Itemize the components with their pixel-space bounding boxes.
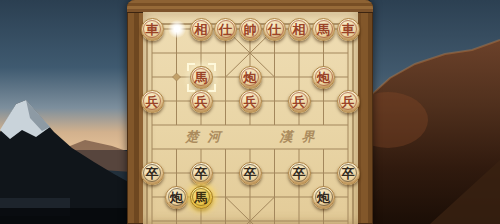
piece-character: 卒 [342,167,355,180]
piece-red-horse[interactable]: 馬 [312,18,335,41]
xiangqi-game-screen: 楚河 漢界 車相仕帥仕相馬車馬炮炮兵兵兵兵兵卒卒卒卒卒炮馬炮 [0,0,500,224]
piece-black-soldier[interactable]: 卒 [288,162,311,185]
background-mountain-right [370,0,500,224]
piece-red-soldier[interactable]: 兵 [141,90,164,113]
piece-character: 相 [293,23,306,36]
background-mountain-left [0,0,132,224]
piece-character: 卒 [244,167,257,180]
piece-red-chariot[interactable]: 車 [337,18,360,41]
piece-red-elephant[interactable]: 相 [288,18,311,41]
piece-black-soldier[interactable]: 卒 [337,162,360,185]
piece-red-soldier[interactable]: 兵 [288,90,311,113]
piece-black-cannon[interactable]: 炮 [165,186,188,209]
piece-black-cannon[interactable]: 炮 [312,186,335,209]
piece-red-soldier[interactable]: 兵 [239,90,262,113]
piece-black-horse[interactable]: 馬 [190,186,213,209]
xiangqi-board[interactable]: 楚河 漢界 車相仕帥仕相馬車馬炮炮兵兵兵兵兵卒卒卒卒卒炮馬炮 [143,12,358,224]
piece-character: 炮 [317,191,330,204]
piece-character: 仕 [219,23,232,36]
piece-character: 帥 [244,23,257,36]
piece-red-advisor[interactable]: 仕 [214,18,237,41]
piece-red-advisor[interactable]: 仕 [263,18,286,41]
piece-red-soldier[interactable]: 兵 [337,90,360,113]
piece-character: 炮 [170,191,183,204]
xiangqi-board-frame: 楚河 漢界 車相仕帥仕相馬車馬炮炮兵兵兵兵兵卒卒卒卒卒炮馬炮 [127,0,373,224]
piece-character: 馬 [195,71,208,84]
piece-character: 兵 [342,95,355,108]
piece-black-soldier[interactable]: 卒 [239,162,262,185]
piece-red-cannon[interactable]: 炮 [312,66,335,89]
piece-red-soldier[interactable]: 兵 [190,90,213,113]
piece-character: 車 [146,23,159,36]
piece-red-general[interactable]: 帥 [239,18,262,41]
piece-red-horse[interactable]: 馬 [190,66,213,89]
piece-character: 馬 [317,23,330,36]
piece-character: 兵 [293,95,306,108]
piece-character: 卒 [195,167,208,180]
piece-character: 兵 [195,95,208,108]
piece-character: 兵 [146,95,159,108]
piece-character: 炮 [317,71,330,84]
piece-character: 兵 [244,95,257,108]
piece-character: 相 [195,23,208,36]
piece-character: 馬 [195,191,208,204]
piece-character: 仕 [268,23,281,36]
piece-character: 炮 [244,71,257,84]
piece-character: 車 [342,23,355,36]
piece-red-cannon[interactable]: 炮 [239,66,262,89]
piece-black-soldier[interactable]: 卒 [190,162,213,185]
piece-character: 卒 [146,167,159,180]
pieces-layer: 車相仕帥仕相馬車馬炮炮兵兵兵兵兵卒卒卒卒卒炮馬炮 [143,12,358,224]
piece-red-elephant[interactable]: 相 [190,18,213,41]
piece-character: 卒 [293,167,306,180]
piece-black-soldier[interactable]: 卒 [141,162,164,185]
piece-red-chariot[interactable]: 車 [141,18,164,41]
